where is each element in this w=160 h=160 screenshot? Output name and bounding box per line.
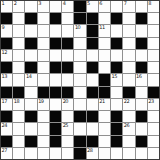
cell-r13-c12[interactable] (136, 148, 147, 159)
crossword-grid: 1234567891011121314151617181920212223242… (0, 0, 160, 160)
cell-r11-c9[interactable] (99, 123, 110, 134)
clue-number-4: 4 (63, 1, 66, 6)
cell-r3-c12[interactable] (136, 25, 147, 36)
clue-number-16: 16 (136, 74, 141, 79)
cell-r3-c6[interactable] (62, 25, 73, 36)
cell-r10-c6[interactable] (62, 111, 73, 122)
cell-r4-c9[interactable] (99, 38, 110, 49)
cell-r1-c6[interactable]: 4 (62, 1, 73, 12)
block-r6-c8 (87, 62, 98, 73)
block-r6-c5 (50, 62, 61, 73)
cell-r9-c3[interactable] (25, 99, 36, 110)
cell-r12-c6[interactable] (62, 136, 73, 147)
block-r2-c10 (111, 13, 122, 24)
block-r2-c8 (87, 13, 98, 24)
block-r8-c11 (123, 87, 134, 98)
cell-r4-c7[interactable] (74, 38, 85, 49)
cell-r1-c12[interactable] (136, 1, 147, 12)
cell-r13-c4[interactable] (38, 148, 49, 159)
clue-number-10: 10 (75, 25, 80, 30)
cell-r8-c12[interactable] (136, 87, 147, 98)
cell-r9-c5[interactable] (50, 99, 61, 110)
cell-r7-c11[interactable] (123, 74, 134, 85)
block-r7-c9 (99, 74, 110, 85)
cell-r9-c12[interactable] (136, 99, 147, 110)
cell-r3-c5[interactable] (50, 25, 61, 36)
block-r8-c5 (50, 87, 61, 98)
block-r12-c1 (1, 136, 12, 147)
cell-r3-c9[interactable]: 11 (99, 25, 110, 36)
cell-r7-c5[interactable] (50, 74, 61, 85)
cell-r1-c9[interactable]: 6 (99, 1, 110, 12)
block-r8-c6 (62, 87, 73, 98)
cell-r5-c1[interactable]: 12 (1, 50, 12, 61)
cell-r9-c2[interactable]: 18 (13, 99, 24, 110)
cell-r7-c10[interactable]: 15 (111, 74, 122, 85)
cell-r9-c13[interactable]: 23 (148, 99, 159, 110)
block-r10-c7 (74, 111, 85, 122)
clue-number-27: 27 (2, 148, 7, 153)
cell-r8-c7[interactable] (74, 87, 85, 98)
cell-r1-c5[interactable] (50, 1, 61, 12)
cell-r3-c2[interactable] (13, 25, 24, 36)
block-r10-c12 (136, 111, 147, 122)
block-r12-c10 (111, 136, 122, 147)
cell-r1-c13[interactable]: 8 (148, 1, 159, 12)
cell-r3-c7[interactable]: 10 (74, 25, 85, 36)
block-r10-c5 (50, 111, 61, 122)
clue-number-3: 3 (38, 1, 41, 6)
cell-r5-c12[interactable] (136, 50, 147, 61)
clue-number-24: 24 (2, 123, 7, 128)
cell-r13-c1[interactable]: 27 (1, 148, 12, 159)
block-r2-c3 (25, 13, 36, 24)
cell-r1-c3[interactable] (25, 1, 36, 12)
cell-r6-c2[interactable] (13, 62, 24, 73)
block-r10-c1 (1, 111, 12, 122)
cell-r13-c13[interactable] (148, 148, 159, 159)
cell-r13-c8[interactable]: 28 (87, 148, 98, 159)
cell-r5-c6[interactable] (62, 50, 73, 61)
clue-number-17: 17 (2, 99, 7, 104)
cell-r9-c6[interactable]: 20 (62, 99, 73, 110)
cell-r1-c1[interactable]: 1 (1, 1, 12, 12)
cell-r9-c10[interactable] (111, 99, 122, 110)
block-r4-c8 (87, 38, 98, 49)
cell-r7-c13[interactable] (148, 74, 159, 85)
cell-r4-c13[interactable] (148, 38, 159, 49)
cell-r9-c9[interactable]: 21 (99, 99, 110, 110)
block-r11-c10 (111, 123, 122, 134)
block-r6-c10 (111, 62, 122, 73)
cell-r11-c7[interactable] (74, 123, 85, 134)
cell-r5-c7[interactable] (74, 50, 85, 61)
cell-r5-c3[interactable] (25, 50, 36, 61)
block-r2-c1 (1, 13, 12, 24)
cell-r7-c8[interactable] (87, 74, 98, 85)
cell-r1-c4[interactable]: 3 (38, 1, 49, 12)
cell-r3-c3[interactable] (25, 25, 36, 36)
block-r10-c3 (25, 111, 36, 122)
block-r2-c7 (74, 13, 85, 24)
clue-number-5: 5 (87, 1, 90, 6)
cell-r6-c13[interactable] (148, 62, 159, 73)
block-r4-c10 (111, 38, 122, 49)
clue-number-2: 2 (14, 1, 17, 6)
block-r8-c4 (38, 87, 49, 98)
block-r8-c9 (99, 87, 110, 98)
cell-r8-c10[interactable] (111, 87, 122, 98)
cell-r7-c2[interactable] (13, 74, 24, 85)
clue-number-19: 19 (38, 99, 43, 104)
cell-r2-c9[interactable] (99, 13, 110, 24)
clue-number-14: 14 (26, 74, 31, 79)
block-r1-c7 (74, 1, 85, 12)
block-r6-c3 (25, 62, 36, 73)
block-r4-c5 (50, 38, 61, 49)
block-r8-c2 (13, 87, 24, 98)
clue-number-25: 25 (63, 123, 68, 128)
clue-number-9: 9 (2, 25, 5, 30)
cell-r4-c11[interactable] (123, 38, 134, 49)
cell-r13-c10[interactable] (111, 148, 122, 159)
block-r4-c6 (62, 38, 73, 49)
cell-r3-c4[interactable] (38, 25, 49, 36)
clue-number-21: 21 (99, 99, 104, 104)
cell-r2-c6[interactable] (62, 13, 73, 24)
cell-r6-c9[interactable] (99, 62, 110, 73)
cell-r6-c4[interactable] (38, 62, 49, 73)
block-r12-c3 (25, 136, 36, 147)
clue-number-20: 20 (63, 99, 68, 104)
cell-r12-c9[interactable] (99, 136, 110, 147)
cell-r4-c4[interactable] (38, 38, 49, 49)
cell-r13-c3[interactable] (25, 148, 36, 159)
cell-r9-c1[interactable]: 17 (1, 99, 12, 110)
cell-r2-c13[interactable] (148, 13, 159, 24)
cell-r1-c2[interactable]: 2 (13, 1, 24, 12)
clue-number-15: 15 (112, 74, 117, 79)
block-r2-c12 (136, 13, 147, 24)
cell-r7-c6[interactable] (62, 74, 73, 85)
clue-number-7: 7 (124, 1, 127, 6)
block-r10-c8 (87, 111, 98, 122)
cell-r13-c9[interactable] (99, 148, 110, 159)
block-r11-c5 (50, 123, 61, 134)
cell-r1-c8[interactable]: 5 (87, 1, 98, 12)
clue-number-6: 6 (99, 1, 102, 6)
clue-number-1: 1 (2, 1, 5, 6)
cell-r5-c9[interactable] (99, 50, 110, 61)
cell-r5-c4[interactable] (38, 50, 49, 61)
cell-r11-c4[interactable] (38, 123, 49, 134)
clue-number-13: 13 (2, 74, 7, 79)
cell-r2-c4[interactable] (38, 13, 49, 24)
cell-r3-c10[interactable] (111, 25, 122, 36)
clue-number-22: 22 (124, 99, 129, 104)
cell-r11-c8[interactable] (87, 123, 98, 134)
block-r3-c8 (87, 25, 98, 36)
block-r4-c12 (136, 38, 147, 49)
cell-r2-c2[interactable] (13, 13, 24, 24)
cell-r10-c4[interactable] (38, 111, 49, 122)
block-r12-c7 (74, 136, 85, 147)
cell-r9-c4[interactable]: 19 (38, 99, 49, 110)
block-r4-c3 (25, 38, 36, 49)
cell-r10-c11[interactable] (123, 111, 134, 122)
cell-r11-c1[interactable]: 24 (1, 123, 12, 134)
cell-r7-c7[interactable] (74, 74, 85, 85)
cell-r9-c11[interactable]: 22 (123, 99, 134, 110)
cell-r7-c3[interactable]: 14 (25, 74, 36, 85)
clue-number-18: 18 (14, 99, 19, 104)
block-r12-c8 (87, 136, 98, 147)
cell-r6-c11[interactable] (123, 62, 134, 73)
cell-r13-c2[interactable] (13, 148, 24, 159)
cell-r5-c11[interactable] (123, 50, 134, 61)
cell-r11-c11[interactable]: 26 (123, 123, 134, 134)
block-r8-c8 (87, 87, 98, 98)
cell-r3-c11[interactable] (123, 25, 134, 36)
block-r12-c5 (50, 136, 61, 147)
cell-r2-c11[interactable] (123, 13, 134, 24)
cell-r12-c4[interactable] (38, 136, 49, 147)
cell-r12-c13[interactable] (148, 136, 159, 147)
clue-number-26: 26 (124, 123, 129, 128)
cell-r11-c12[interactable] (136, 123, 147, 134)
block-r6-c1 (1, 62, 12, 73)
block-r6-c12 (136, 62, 147, 73)
cell-r12-c2[interactable] (13, 136, 24, 147)
cell-r5-c2[interactable] (13, 50, 24, 61)
cell-r11-c3[interactable] (25, 123, 36, 134)
cell-r11-c2[interactable] (13, 123, 24, 134)
cell-r7-c1[interactable]: 13 (1, 74, 12, 85)
cell-r3-c13[interactable] (148, 25, 159, 36)
cell-r10-c9[interactable] (99, 111, 110, 122)
cell-r8-c3[interactable] (25, 87, 36, 98)
cell-r5-c5[interactable] (50, 50, 61, 61)
cell-r9-c7[interactable] (74, 99, 85, 110)
block-r10-c10 (111, 111, 122, 122)
cell-r5-c10[interactable] (111, 50, 122, 61)
clue-number-8: 8 (148, 1, 151, 6)
block-r6-c6 (62, 62, 73, 73)
cell-r13-c11[interactable] (123, 148, 134, 159)
block-r8-c13 (148, 87, 159, 98)
cell-r7-c12[interactable]: 16 (136, 74, 147, 85)
cell-r5-c8[interactable] (87, 50, 98, 61)
block-r4-c1 (1, 38, 12, 49)
cell-r6-c7[interactable] (74, 62, 85, 73)
cell-r5-c13[interactable] (148, 50, 159, 61)
cell-r1-c10[interactable] (111, 1, 122, 12)
clue-number-28: 28 (87, 148, 92, 153)
cell-r7-c4[interactable] (38, 74, 49, 85)
cell-r1-c11[interactable]: 7 (123, 1, 134, 12)
cell-r11-c13[interactable] (148, 123, 159, 134)
cell-r3-c1[interactable]: 9 (1, 25, 12, 36)
block-r8-c1 (1, 87, 12, 98)
cell-r10-c2[interactable] (13, 111, 24, 122)
block-r13-c7 (74, 148, 85, 159)
cell-r11-c6[interactable]: 25 (62, 123, 73, 134)
clue-number-12: 12 (2, 50, 7, 55)
clue-number-23: 23 (148, 99, 153, 104)
cell-r4-c2[interactable] (13, 38, 24, 49)
clue-number-11: 11 (99, 25, 104, 30)
cell-r9-c8[interactable] (87, 99, 98, 110)
cell-r13-c5[interactable] (50, 148, 61, 159)
cell-r12-c11[interactable] (123, 136, 134, 147)
block-r2-c5 (50, 13, 61, 24)
cell-r13-c6[interactable] (62, 148, 73, 159)
block-r12-c12 (136, 136, 147, 147)
cell-r10-c13[interactable] (148, 111, 159, 122)
